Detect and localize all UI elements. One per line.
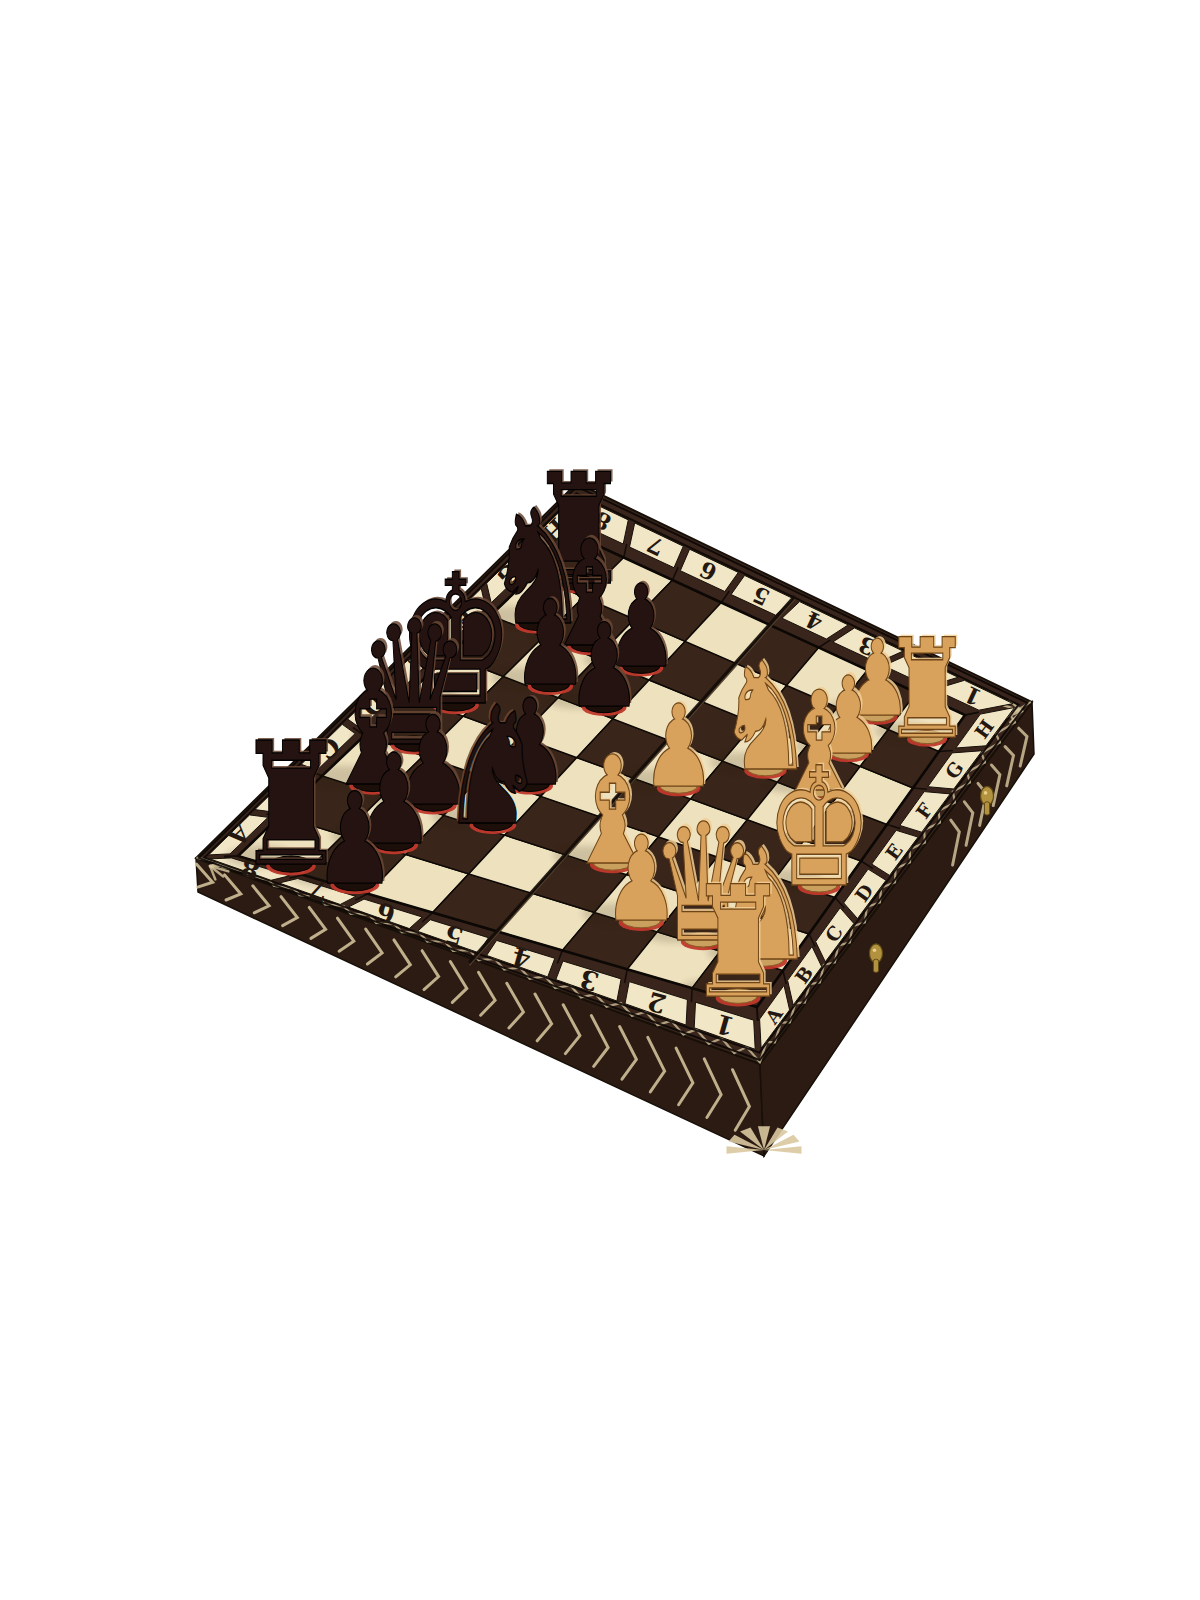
chess-board-scene: 12345678ABCDEFGHABCDEFGH12345678♜♜♞♞♝♝♟♟… xyxy=(0,0,1200,1600)
latch-clasp xyxy=(984,802,989,815)
latch-highlight xyxy=(984,791,988,795)
piece-glyph: ♟ xyxy=(313,765,396,912)
piece-glyph: ♞ xyxy=(439,671,546,862)
piece-black-knight-c6[interactable]: ♞♞ xyxy=(437,669,546,862)
piece-white-rook-a1[interactable]: ♜♜ xyxy=(688,851,791,1032)
latch-highlight xyxy=(873,949,877,953)
piece-glyph: ♜ xyxy=(688,853,789,1032)
piece-black-pawn-a7[interactable]: ♟♟ xyxy=(313,763,398,912)
piece-black-pawn-f6[interactable]: ♟♟ xyxy=(566,596,644,733)
product-photo-stage: 12345678ABCDEFGHABCDEFGH12345678♜♜♞♞♝♝♟♟… xyxy=(0,0,1200,1600)
piece-glyph: ♟ xyxy=(566,598,642,733)
latch-clasp xyxy=(873,959,878,972)
piece-white-rook-h1[interactable]: ♜♜ xyxy=(882,607,974,769)
piece-glyph: ♜ xyxy=(882,609,972,769)
